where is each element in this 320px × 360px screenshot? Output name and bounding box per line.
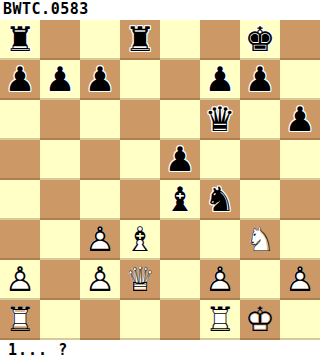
square-f1[interactable]: ♜♖ — [200, 300, 240, 340]
square-b2[interactable] — [40, 260, 80, 300]
square-g2[interactable] — [240, 260, 280, 300]
square-g1[interactable]: ♚♔ — [240, 300, 280, 340]
square-e7[interactable] — [160, 60, 200, 100]
black-rook: ♜ — [120, 20, 160, 60]
square-g5[interactable] — [240, 140, 280, 180]
square-a8[interactable]: ♜ — [0, 20, 40, 60]
square-b6[interactable] — [40, 100, 80, 140]
black-knight: ♞ — [200, 180, 240, 220]
square-a3[interactable] — [0, 220, 40, 260]
square-b3[interactable] — [40, 220, 80, 260]
square-h7[interactable] — [280, 60, 320, 100]
square-f6[interactable]: ♛ — [200, 100, 240, 140]
square-h6[interactable]: ♟ — [280, 100, 320, 140]
puzzle-id-label: BWTC.0583 — [0, 0, 320, 20]
square-d1[interactable] — [120, 300, 160, 340]
square-b8[interactable] — [40, 20, 80, 60]
white-rook: ♜♖ — [0, 300, 40, 340]
square-d2[interactable]: ♛♕ — [120, 260, 160, 300]
white-pawn: ♟♙ — [200, 260, 240, 300]
square-d4[interactable] — [120, 180, 160, 220]
square-b5[interactable] — [40, 140, 80, 180]
square-e3[interactable] — [160, 220, 200, 260]
black-pawn: ♟ — [40, 60, 80, 100]
square-c8[interactable] — [80, 20, 120, 60]
black-pawn: ♟ — [200, 60, 240, 100]
square-g3[interactable]: ♞♘ — [240, 220, 280, 260]
square-c6[interactable] — [80, 100, 120, 140]
square-e5[interactable]: ♟ — [160, 140, 200, 180]
square-c7[interactable]: ♟ — [80, 60, 120, 100]
square-c1[interactable] — [80, 300, 120, 340]
white-pawn: ♟♙ — [80, 260, 120, 300]
square-b7[interactable]: ♟ — [40, 60, 80, 100]
black-queen: ♛ — [200, 100, 240, 140]
square-g7[interactable]: ♟ — [240, 60, 280, 100]
square-f8[interactable] — [200, 20, 240, 60]
square-c5[interactable] — [80, 140, 120, 180]
square-a4[interactable] — [0, 180, 40, 220]
black-pawn: ♟ — [280, 100, 320, 140]
square-g6[interactable] — [240, 100, 280, 140]
white-pawn: ♟♙ — [280, 260, 320, 300]
black-bishop: ♝ — [160, 180, 200, 220]
white-pawn: ♟♙ — [0, 260, 40, 300]
square-f4[interactable]: ♞ — [200, 180, 240, 220]
square-d5[interactable] — [120, 140, 160, 180]
white-king: ♚♔ — [240, 300, 280, 340]
square-d8[interactable]: ♜ — [120, 20, 160, 60]
black-pawn: ♟ — [0, 60, 40, 100]
square-c4[interactable] — [80, 180, 120, 220]
black-rook: ♜ — [0, 20, 40, 60]
square-h2[interactable]: ♟♙ — [280, 260, 320, 300]
square-f7[interactable]: ♟ — [200, 60, 240, 100]
square-g8[interactable]: ♚ — [240, 20, 280, 60]
move-prompt: 1... ? — [0, 340, 320, 360]
square-e1[interactable] — [160, 300, 200, 340]
white-queen: ♛♕ — [120, 260, 160, 300]
square-h4[interactable] — [280, 180, 320, 220]
square-b1[interactable] — [40, 300, 80, 340]
square-a5[interactable] — [0, 140, 40, 180]
square-c3[interactable]: ♟♙ — [80, 220, 120, 260]
square-e2[interactable] — [160, 260, 200, 300]
white-knight: ♞♘ — [240, 220, 280, 260]
square-d6[interactable] — [120, 100, 160, 140]
square-g4[interactable] — [240, 180, 280, 220]
square-b4[interactable] — [40, 180, 80, 220]
square-e4[interactable]: ♝ — [160, 180, 200, 220]
square-f5[interactable] — [200, 140, 240, 180]
square-h1[interactable] — [280, 300, 320, 340]
white-bishop: ♝♗ — [120, 220, 160, 260]
square-a1[interactable]: ♜♖ — [0, 300, 40, 340]
square-c2[interactable]: ♟♙ — [80, 260, 120, 300]
square-d7[interactable] — [120, 60, 160, 100]
chess-board: ♜♜♚♟♟♟♟♟♛♟♟♝♞♟♙♝♗♞♘♟♙♟♙♛♕♟♙♟♙♜♖♜♖♚♔ — [0, 20, 320, 340]
chess-app: BWTC.0583 ♜♜♚♟♟♟♟♟♛♟♟♝♞♟♙♝♗♞♘♟♙♟♙♛♕♟♙♟♙♜… — [0, 0, 320, 360]
square-e8[interactable] — [160, 20, 200, 60]
black-king: ♚ — [240, 20, 280, 60]
black-pawn: ♟ — [80, 60, 120, 100]
square-f2[interactable]: ♟♙ — [200, 260, 240, 300]
black-pawn: ♟ — [240, 60, 280, 100]
square-d3[interactable]: ♝♗ — [120, 220, 160, 260]
white-rook: ♜♖ — [200, 300, 240, 340]
black-pawn: ♟ — [160, 140, 200, 180]
square-e6[interactable] — [160, 100, 200, 140]
square-a6[interactable] — [0, 100, 40, 140]
white-pawn: ♟♙ — [80, 220, 120, 260]
square-a2[interactable]: ♟♙ — [0, 260, 40, 300]
square-h3[interactable] — [280, 220, 320, 260]
square-h8[interactable] — [280, 20, 320, 60]
square-h5[interactable] — [280, 140, 320, 180]
square-f3[interactable] — [200, 220, 240, 260]
square-a7[interactable]: ♟ — [0, 60, 40, 100]
